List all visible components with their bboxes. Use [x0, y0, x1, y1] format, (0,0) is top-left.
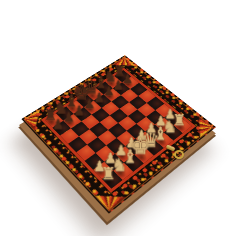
square-h1: ♜ — [102, 171, 122, 189]
chess-set-photo: ♜♟♟♜♞♟♟♞♝♟♟♝♛♟♟♛♚♟♟♚♝♟♟♝♞♟♟♞♜♟♟♜ — [0, 0, 236, 236]
piece-white-rook: ♜ — [92, 166, 124, 183]
board-frame: ♜♟♟♜♞♟♟♞♝♟♟♝♛♟♟♛♚♟♟♚♝♟♟♝♞♟♟♞♜♟♟♜ — [41, 68, 196, 193]
brass-latch-loop-icon — [174, 150, 184, 159]
board-grid: ♜♟♟♜♞♟♟♞♝♟♟♝♛♟♟♛♚♟♟♚♝♟♟♝♞♟♟♞♜♟♟♜ — [45, 70, 192, 188]
piece-black-pawn: ♟ — [43, 117, 72, 130]
chess-board: ♜♟♟♜♞♟♟♞♝♟♟♝♛♟♟♛♚♟♟♚♝♟♟♝♞♟♟♞♜♟♟♜ — [21, 55, 216, 213]
